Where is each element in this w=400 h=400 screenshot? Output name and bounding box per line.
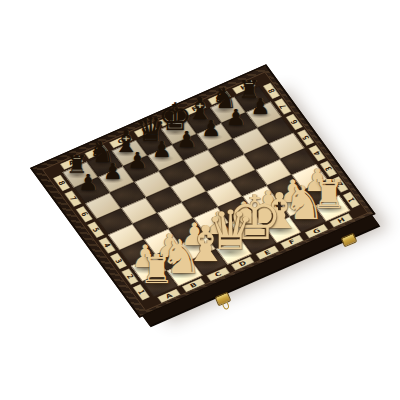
piece-white-rook: ♜ bbox=[139, 249, 175, 289]
piece-black-pawn: ♟ bbox=[152, 138, 172, 160]
piece-black-pawn: ♟ bbox=[177, 128, 197, 150]
piece-black-pawn: ♟ bbox=[103, 160, 123, 182]
piece-black-pawn: ♟ bbox=[250, 95, 270, 117]
piece-black-pawn: ♟ bbox=[127, 149, 147, 171]
piece-black-pawn: ♟ bbox=[78, 171, 98, 193]
chess-set-photo: ABCDEFGH8877665544332211ABCDEFGH ♜♞♝♛♚♝♞… bbox=[0, 0, 400, 400]
piece-black-pawn: ♟ bbox=[201, 117, 221, 139]
pieces-layer: ♜♞♝♛♚♝♞♜♟♟♟♟♟♟♟♟♟♟♟♟♟♟♟♟♜♞♝♛♚♝♞♜ bbox=[0, 0, 400, 400]
piece-black-pawn: ♟ bbox=[226, 106, 246, 128]
